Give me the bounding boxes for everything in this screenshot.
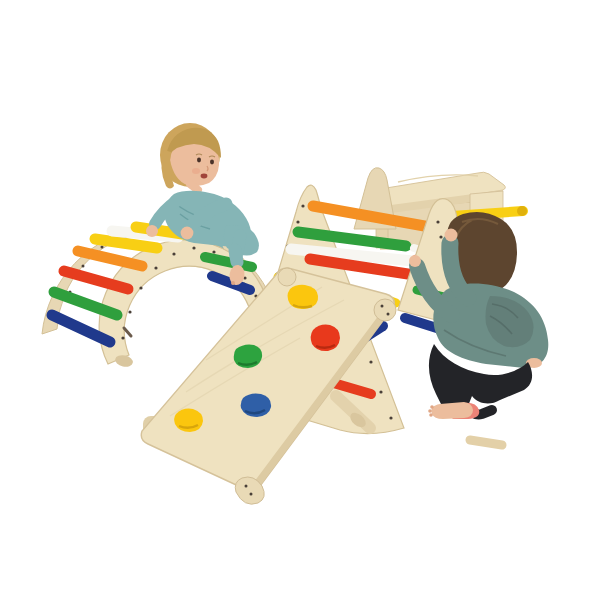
toddler-eye-left — [197, 158, 201, 163]
screw-dot — [82, 265, 85, 268]
screw-dot — [381, 305, 384, 308]
toddler-cheek — [192, 168, 200, 174]
small-triangle-dowel-foot — [470, 440, 502, 445]
screw-dot — [154, 266, 157, 269]
screw-dot — [436, 220, 439, 223]
screw-dot — [389, 416, 392, 419]
product-photo — [0, 0, 600, 600]
screw-dot — [139, 286, 142, 289]
screw-dot — [301, 204, 304, 207]
screw-dot — [192, 246, 195, 249]
screw-dot — [369, 360, 372, 363]
screw-dot — [101, 246, 104, 249]
toddler-eye-right — [210, 160, 214, 165]
toddler-neck — [190, 184, 198, 190]
rung-yellow-cap — [517, 206, 527, 216]
screw-dot — [439, 235, 442, 238]
boy-toe — [428, 409, 432, 413]
boy-left-hand — [409, 255, 421, 267]
boy-right-hand — [445, 229, 458, 242]
screw-dot — [387, 313, 390, 316]
ramp-hook-plate-left — [278, 268, 296, 286]
screw-dot — [212, 250, 215, 253]
toddler-mouth — [201, 174, 208, 179]
toddler-right-hand — [181, 227, 194, 240]
screw-dot — [296, 220, 299, 223]
boy-toe — [430, 405, 434, 409]
boy-toe — [429, 413, 433, 417]
screw-dot — [172, 252, 175, 255]
toddler-toes — [231, 281, 235, 285]
screw-dot — [128, 310, 131, 313]
screw-dot — [245, 485, 248, 488]
ramp-hook-plate-right — [374, 299, 396, 321]
toddler-left-hand — [146, 225, 158, 237]
screw-dot — [379, 390, 382, 393]
toddler-right-shin — [235, 250, 237, 262]
hold-yellow-top — [288, 285, 319, 309]
screw-dot — [250, 493, 253, 496]
scene-canvas — [0, 0, 600, 600]
screw-dot — [121, 336, 124, 339]
